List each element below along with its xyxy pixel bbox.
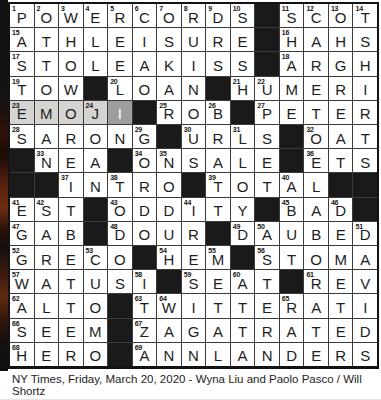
cell-r6c5[interactable]: N xyxy=(108,125,132,148)
cell-r1c2[interactable]: 2O xyxy=(35,4,59,27)
clue-number: 49 xyxy=(233,223,240,230)
cell-r1c8[interactable]: 8R xyxy=(182,4,206,27)
cell-letter: G xyxy=(335,58,347,73)
cell-r10c3[interactable]: B xyxy=(59,222,83,245)
cell-letter: H xyxy=(65,34,76,49)
clue-number: 28 xyxy=(12,126,19,133)
black-cell xyxy=(133,101,157,124)
cell-r11c13[interactable]: O xyxy=(304,246,328,269)
cell-r2c6[interactable]: I xyxy=(133,28,157,51)
cell-r5c12[interactable]: E xyxy=(280,101,304,124)
cell-letter: T xyxy=(361,131,370,146)
cell-r7c8[interactable]: S xyxy=(182,149,206,172)
cell-r11c15[interactable]: A xyxy=(353,246,377,269)
cell-r9c5[interactable]: 43O xyxy=(108,198,132,221)
cell-letter: R xyxy=(213,34,224,49)
clue-number: 31 xyxy=(233,126,240,133)
cell-r14c15[interactable]: D xyxy=(353,319,377,342)
cell-r3c3[interactable]: O xyxy=(59,52,83,75)
cell-r6c2[interactable]: A xyxy=(35,125,59,148)
cell-r5c1[interactable]: 23E xyxy=(10,101,34,124)
cell-r11c11[interactable]: 56S xyxy=(255,246,279,269)
cell-letter: I xyxy=(191,58,195,73)
cell-r14c9[interactable]: A xyxy=(206,319,230,342)
cell-r3c2[interactable]: T xyxy=(35,52,59,75)
cell-r6c11[interactable]: S xyxy=(255,125,279,148)
cell-r4c3[interactable]: W xyxy=(59,77,83,100)
cell-letter: T xyxy=(42,34,51,49)
cell-r13c8[interactable]: I xyxy=(182,294,206,317)
cell-r11c3[interactable]: E xyxy=(59,246,83,269)
cell-r8c10[interactable]: O xyxy=(231,173,255,196)
clue-number: 60 xyxy=(233,271,240,278)
cell-r3c14[interactable]: G xyxy=(329,52,353,75)
cell-r5c8[interactable]: O xyxy=(182,101,206,124)
cell-r7c15[interactable]: S xyxy=(353,149,377,172)
cell-r10c12[interactable]: U xyxy=(280,222,304,245)
cell-r7c14[interactable]: T xyxy=(329,149,353,172)
cell-letter: E xyxy=(213,276,223,291)
cell-letter: R xyxy=(311,58,322,73)
clue-number: 39 xyxy=(208,174,215,181)
cell-letter: R xyxy=(335,348,346,363)
cell-r13c7[interactable]: 64W xyxy=(157,294,181,317)
cell-letter: S xyxy=(360,34,370,49)
cell-r4c13[interactable]: E xyxy=(304,77,328,100)
cell-r3c7[interactable]: K xyxy=(157,52,181,75)
cell-r1c14[interactable]: 13O xyxy=(329,4,353,27)
cell-r2c12[interactable]: 16H xyxy=(280,28,304,51)
cell-r5c14[interactable]: E xyxy=(329,101,353,124)
cell-r7c3[interactable]: E xyxy=(59,149,83,172)
cell-r6c8[interactable]: 30U xyxy=(182,125,206,148)
cell-r1c13[interactable]: 12C xyxy=(304,4,328,27)
cell-r3c6[interactable]: A xyxy=(133,52,157,75)
background-photo-sliver xyxy=(0,0,8,371)
cell-letter: S xyxy=(115,276,125,291)
cell-r13c10[interactable]: T xyxy=(231,294,255,317)
cell-r8c5[interactable]: 38T xyxy=(108,173,132,196)
cell-r11c1[interactable]: 52G xyxy=(10,246,34,269)
cell-r6c15[interactable]: T xyxy=(353,125,377,148)
cell-letter: O xyxy=(188,106,200,121)
cell-r12c13[interactable]: 61R xyxy=(304,270,328,293)
cell-r6c6[interactable]: 29G xyxy=(133,125,157,148)
cell-r12c11[interactable]: T xyxy=(255,270,279,293)
cell-r10c10[interactable]: 49D xyxy=(231,222,255,245)
cell-r14c2[interactable]: E xyxy=(35,319,59,342)
cell-r5c4[interactable]: 24J xyxy=(84,101,108,124)
cell-r13c2[interactable]: L xyxy=(35,294,59,317)
cell-r14c14[interactable]: E xyxy=(329,319,353,342)
cell-r4c14[interactable]: R xyxy=(329,77,353,100)
cell-r12c9[interactable]: E xyxy=(206,270,230,293)
cell-r15c9[interactable]: L xyxy=(206,343,230,366)
cell-r1c3[interactable]: 3W xyxy=(59,4,83,27)
cell-letter: T xyxy=(213,203,222,218)
cell-r1c10[interactable]: 10S xyxy=(231,4,255,27)
cell-r5c11[interactable]: 27P xyxy=(255,101,279,124)
cell-r8c12[interactable]: 40A xyxy=(280,173,304,196)
cell-r5c13[interactable]: T xyxy=(304,101,328,124)
cell-letter: O xyxy=(163,179,175,194)
cell-letter: E xyxy=(115,34,125,49)
cell-r10c11[interactable]: 50A xyxy=(255,222,279,245)
cell-r15c8[interactable]: N xyxy=(182,343,206,366)
cell-r14c13[interactable]: T xyxy=(304,319,328,342)
cell-letter: A xyxy=(287,324,297,339)
black-cell xyxy=(84,77,108,100)
cell-r7c10[interactable]: L xyxy=(231,149,255,172)
cell-letter: E xyxy=(287,106,297,121)
cell-r9c2[interactable]: 42S xyxy=(35,198,59,221)
cell-r8c9[interactable]: 39T xyxy=(206,173,230,196)
cell-r5c2[interactable]: M xyxy=(35,101,59,124)
cell-r13c15[interactable]: I xyxy=(353,294,377,317)
cell-r14c10[interactable]: T xyxy=(231,319,255,342)
cell-letter: T xyxy=(66,300,75,315)
cell-r10c1[interactable]: 47G xyxy=(10,222,34,245)
cell-r1c15[interactable]: 14T xyxy=(353,4,377,27)
cell-r1c1[interactable]: 1P xyxy=(10,4,34,27)
cell-r8c4[interactable]: N xyxy=(84,173,108,196)
cell-r11c9[interactable]: 55M xyxy=(206,246,230,269)
cell-r8c7[interactable]: O xyxy=(157,173,181,196)
cell-r8c6[interactable]: R xyxy=(133,173,157,196)
cell-r9c10[interactable]: Y xyxy=(231,198,255,221)
cell-r10c7[interactable]: U xyxy=(157,222,181,245)
cell-r3c8[interactable]: I xyxy=(182,52,206,75)
cell-r10c14[interactable]: E xyxy=(329,222,353,245)
cell-letter: E xyxy=(311,82,321,97)
cell-r10c15[interactable]: 51D xyxy=(353,222,377,245)
cell-letter: T xyxy=(312,324,321,339)
cell-r8c13[interactable]: L xyxy=(304,173,328,196)
cell-r1c4[interactable]: 4E xyxy=(84,4,108,27)
cell-letter: N xyxy=(188,348,199,363)
cell-r2c1[interactable]: 15A xyxy=(10,28,34,51)
cell-letter: V xyxy=(360,276,370,291)
crossword-screenshot: 1P2O3W4E5R6C7O8R9D10S11S12C13O14T15ATHLE… xyxy=(0,0,381,400)
cell-r11c7[interactable]: 54H xyxy=(157,246,181,269)
cell-r7c4[interactable]: A xyxy=(84,149,108,172)
cell-letter: L xyxy=(42,300,50,315)
cell-r12c1[interactable]: 57W xyxy=(10,270,34,293)
clue-number: 21 xyxy=(233,78,240,85)
cell-r15c13[interactable]: E xyxy=(304,343,328,366)
cell-letter: O xyxy=(163,10,175,25)
cell-r9c1[interactable]: 41E xyxy=(10,198,34,221)
cell-r13c13[interactable]: A xyxy=(304,294,328,317)
clue-number: 29 xyxy=(135,126,142,133)
cell-letter: E xyxy=(188,252,198,267)
cell-r14c3[interactable]: E xyxy=(59,319,83,342)
cell-letter: E xyxy=(66,324,76,339)
black-cell xyxy=(353,173,377,196)
black-cell xyxy=(280,270,304,293)
cell-r2c2[interactable]: T xyxy=(35,28,59,51)
clue-number: 19 xyxy=(12,78,19,85)
cell-r6c9[interactable]: R xyxy=(206,125,230,148)
cell-r14c11[interactable]: R xyxy=(255,319,279,342)
cell-r10c8[interactable]: R xyxy=(182,222,206,245)
cell-letter: A xyxy=(336,131,346,146)
clue-number: 5 xyxy=(110,5,114,12)
cell-r14c6[interactable]: 67Z xyxy=(133,319,157,342)
cell-r4c1[interactable]: 19T xyxy=(10,77,34,100)
cell-r5c9[interactable]: 26B xyxy=(206,101,230,124)
cell-letter: N xyxy=(164,348,175,363)
clue-number: 20 xyxy=(110,78,117,85)
cell-r1c9[interactable]: 9D xyxy=(206,4,230,27)
cell-r14c7[interactable]: A xyxy=(157,319,181,342)
cell-letter: B xyxy=(66,227,76,242)
cell-r8c3[interactable]: 37I xyxy=(59,173,83,196)
cell-r14c1[interactable]: 66S xyxy=(10,319,34,342)
cell-r3c10[interactable]: S xyxy=(231,52,255,75)
cell-r5c3[interactable]: O xyxy=(59,101,83,124)
cell-r15c3[interactable]: R xyxy=(59,343,83,366)
clue-number: 7 xyxy=(159,5,163,12)
cell-letter: A xyxy=(238,348,248,363)
cell-r4c8[interactable]: N xyxy=(182,77,206,100)
cell-r5c5[interactable]: I xyxy=(108,101,132,124)
cell-r14c12[interactable]: A xyxy=(280,319,304,342)
cell-r5c7[interactable]: 25R xyxy=(157,101,181,124)
clue-number: 18 xyxy=(282,53,289,60)
cell-r9c9[interactable]: T xyxy=(206,198,230,221)
cell-letter: O xyxy=(40,82,52,97)
clue-number: 11 xyxy=(282,5,289,12)
cell-r14c4[interactable]: M xyxy=(84,319,108,342)
cell-r12c14[interactable]: E xyxy=(329,270,353,293)
clue-number: 22 xyxy=(257,78,264,85)
cell-r2c8[interactable]: U xyxy=(182,28,206,51)
clue-number: 13 xyxy=(331,5,338,12)
cell-r13c9[interactable]: T xyxy=(206,294,230,317)
clue-number: 50 xyxy=(257,223,264,230)
cell-letter: A xyxy=(139,58,149,73)
cell-r12c8[interactable]: 59S xyxy=(182,270,206,293)
cell-r15c11[interactable]: N xyxy=(255,343,279,366)
clue-number: 52 xyxy=(12,247,19,254)
cell-r15c2[interactable]: E xyxy=(35,343,59,366)
cell-r15c12[interactable]: D xyxy=(280,343,304,366)
cell-letter: M xyxy=(89,324,102,339)
cell-r3c15[interactable]: H xyxy=(353,52,377,75)
clue-number: 45 xyxy=(282,199,289,206)
cell-r10c2[interactable]: A xyxy=(35,222,59,245)
black-cell xyxy=(255,52,279,75)
cell-letter: A xyxy=(41,227,51,242)
cell-letter: O xyxy=(65,58,77,73)
cell-letter: E xyxy=(336,324,346,339)
cell-r9c3[interactable]: T xyxy=(59,198,83,221)
cell-r9c12[interactable]: 45B xyxy=(280,198,304,221)
cell-letter: E xyxy=(311,348,321,363)
cell-r1c5[interactable]: 5R xyxy=(108,4,132,27)
cell-r12c4[interactable]: U xyxy=(84,270,108,293)
cell-r13c1[interactable]: 62A xyxy=(10,294,34,317)
cell-r6c3[interactable]: R xyxy=(59,125,83,148)
cell-letter: E xyxy=(238,34,248,49)
cell-r10c13[interactable]: B xyxy=(304,222,328,245)
cell-r15c15[interactable]: S xyxy=(353,343,377,366)
cell-r13c4[interactable]: O xyxy=(84,294,108,317)
cell-r11c4[interactable]: 53C xyxy=(84,246,108,269)
cell-letter: I xyxy=(118,106,122,121)
black-cell xyxy=(231,101,255,124)
black-cell xyxy=(182,173,206,196)
cell-r15c1[interactable]: 68H xyxy=(10,343,34,366)
cell-letter: T xyxy=(213,300,222,315)
cell-letter: I xyxy=(363,82,367,97)
cell-r4c7[interactable]: A xyxy=(157,77,181,100)
black-cell xyxy=(157,125,181,148)
cell-r13c6[interactable]: 63T xyxy=(133,294,157,317)
black-cell xyxy=(255,198,279,221)
cell-r3c1[interactable]: 17S xyxy=(10,52,34,75)
cell-r12c10[interactable]: 60A xyxy=(231,270,255,293)
clue-number: 54 xyxy=(159,247,166,254)
cell-r14c8[interactable]: G xyxy=(182,319,206,342)
cell-r2c13[interactable]: A xyxy=(304,28,328,51)
black-cell xyxy=(108,319,132,342)
cell-letter: W xyxy=(64,10,78,25)
clue-number: 36 xyxy=(306,150,313,157)
cell-r13c3[interactable]: T xyxy=(59,294,83,317)
cell-letter: I xyxy=(363,300,367,315)
cell-r7c6[interactable]: 34O xyxy=(133,149,157,172)
cell-r3c9[interactable]: S xyxy=(206,52,230,75)
black-cell xyxy=(108,149,132,172)
cell-r10c5[interactable]: 48D xyxy=(108,222,132,245)
cell-r15c10[interactable]: A xyxy=(231,343,255,366)
crossword-grid: 1P2O3W4E5R6C7O8R9D10S11S12C13O14T15ATHLE… xyxy=(8,2,379,369)
cell-r6c14[interactable]: A xyxy=(329,125,353,148)
clue-number: 61 xyxy=(306,271,313,278)
cell-r9c14[interactable]: 46D xyxy=(329,198,353,221)
cell-letter: R xyxy=(188,10,199,25)
cell-r15c6[interactable]: 69A xyxy=(133,343,157,366)
cell-r3c12[interactable]: 18A xyxy=(280,52,304,75)
cell-r4c2[interactable]: O xyxy=(35,77,59,100)
clue-number: 32 xyxy=(306,126,313,133)
cell-r12c3[interactable]: T xyxy=(59,270,83,293)
cell-r2c15[interactable]: S xyxy=(353,28,377,51)
cell-letter: R xyxy=(114,10,125,25)
cell-r7c7[interactable]: 35N xyxy=(157,149,181,172)
clue-number: 38 xyxy=(110,174,117,181)
cell-letter: I xyxy=(191,203,195,218)
cell-r2c4[interactable]: L xyxy=(84,28,108,51)
black-cell xyxy=(108,343,132,366)
cell-letter: U xyxy=(188,34,199,49)
cell-r13c12[interactable]: 65R xyxy=(280,294,304,317)
cell-r7c2[interactable]: 33N xyxy=(35,149,59,172)
cell-r15c14[interactable]: R xyxy=(329,343,353,366)
cell-letter: R xyxy=(213,131,224,146)
cell-r11c2[interactable]: R xyxy=(35,246,59,269)
cell-r4c11[interactable]: 22U xyxy=(255,77,279,100)
cell-r6c13[interactable]: 32O xyxy=(304,125,328,148)
cell-r12c15[interactable]: V xyxy=(353,270,377,293)
cell-r6c10[interactable]: 31L xyxy=(231,125,255,148)
cell-r9c7[interactable]: D xyxy=(157,198,181,221)
cell-r4c5[interactable]: 20L xyxy=(108,77,132,100)
cell-r15c4[interactable]: O xyxy=(84,343,108,366)
cell-r7c9[interactable]: A xyxy=(206,149,230,172)
cell-r11c12[interactable]: T xyxy=(280,246,304,269)
cell-letter: E xyxy=(41,348,51,363)
cell-r9c8[interactable]: 44I xyxy=(182,198,206,221)
cell-r3c13[interactable]: R xyxy=(304,52,328,75)
cell-r5c15[interactable]: R xyxy=(353,101,377,124)
cell-letter: D xyxy=(139,203,150,218)
clue-number: 14 xyxy=(355,5,362,12)
cell-r12c5[interactable]: S xyxy=(108,270,132,293)
clue-number: 41 xyxy=(12,199,19,206)
cell-r7c11[interactable]: E xyxy=(255,149,279,172)
cell-r4c12[interactable]: M xyxy=(280,77,304,100)
black-cell xyxy=(231,246,255,269)
cell-letter: O xyxy=(90,300,102,315)
cell-r1c6[interactable]: 6C xyxy=(133,4,157,27)
cell-r2c3[interactable]: H xyxy=(59,28,83,51)
black-cell xyxy=(10,173,34,196)
cell-r10c6[interactable]: O xyxy=(133,222,157,245)
cell-r11c5[interactable]: O xyxy=(108,246,132,269)
cell-r6c4[interactable]: O xyxy=(84,125,108,148)
cell-letter: T xyxy=(66,276,75,291)
clue-number: 69 xyxy=(135,344,142,351)
cell-letter: O xyxy=(65,106,77,121)
cell-r13c11[interactable]: E xyxy=(255,294,279,317)
cell-r2c14[interactable]: H xyxy=(329,28,353,51)
cell-r6c1[interactable]: 28S xyxy=(10,125,34,148)
cell-letter: R xyxy=(188,227,199,242)
cell-r3c5[interactable]: E xyxy=(108,52,132,75)
cell-r4c15[interactable]: I xyxy=(353,77,377,100)
clue-number: 59 xyxy=(184,271,191,278)
cell-r1c7[interactable]: 7O xyxy=(157,4,181,27)
cell-r12c2[interactable]: A xyxy=(35,270,59,293)
cell-r9c6[interactable]: D xyxy=(133,198,157,221)
cell-r4c10[interactable]: 21H xyxy=(231,77,255,100)
black-cell xyxy=(133,246,157,269)
cell-r13c14[interactable]: T xyxy=(329,294,353,317)
cell-r2c5[interactable]: E xyxy=(108,28,132,51)
cell-r11c14[interactable]: M xyxy=(329,246,353,269)
cell-r8c11[interactable]: T xyxy=(255,173,279,196)
clue-number: 37 xyxy=(61,174,68,181)
cell-r11c8[interactable]: E xyxy=(182,246,206,269)
cell-r12c6[interactable]: 58I xyxy=(133,270,157,293)
cell-r2c10[interactable]: E xyxy=(231,28,255,51)
cell-r1c12[interactable]: 11S xyxy=(280,4,304,27)
cell-r3c4[interactable]: L xyxy=(84,52,108,75)
cell-r2c9[interactable]: R xyxy=(206,28,230,51)
cell-r9c13[interactable]: A xyxy=(304,198,328,221)
clue-number: 35 xyxy=(159,150,166,157)
cell-r2c7[interactable]: S xyxy=(157,28,181,51)
cell-letter: N xyxy=(188,82,199,97)
cell-r4c6[interactable]: O xyxy=(133,77,157,100)
cell-r15c7[interactable]: N xyxy=(157,343,181,366)
cell-letter: Y xyxy=(238,203,248,218)
clue-number: 15 xyxy=(12,29,19,36)
cell-r7c13[interactable]: 36E xyxy=(304,149,328,172)
